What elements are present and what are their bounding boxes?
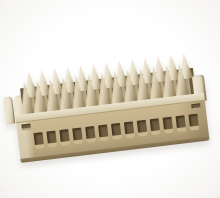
contact-cavity-6 [98, 124, 109, 141]
contact-cavity-12 [175, 115, 186, 132]
contact-cavity-9 [137, 120, 148, 137]
contact-cavity-3 [59, 129, 70, 146]
polarization-slot-left [21, 123, 31, 130]
product-photo [0, 0, 220, 198]
contact-cavity-11 [163, 117, 174, 134]
polarization-slot-right [191, 103, 201, 110]
contact-cavity-4 [72, 127, 83, 144]
contact-cavity-8 [124, 121, 135, 138]
connector-body [4, 51, 215, 182]
left-latch-stub-1 [3, 96, 15, 124]
contact-cavity-1 [33, 132, 44, 149]
contact-cavity-7 [111, 123, 122, 140]
contact-cavity-13 [188, 114, 199, 131]
contact-cavity-5 [85, 126, 96, 143]
contact-cavity-2 [46, 131, 57, 148]
contact-cavity-10 [150, 118, 161, 135]
teeth-row-back [4, 51, 203, 75]
